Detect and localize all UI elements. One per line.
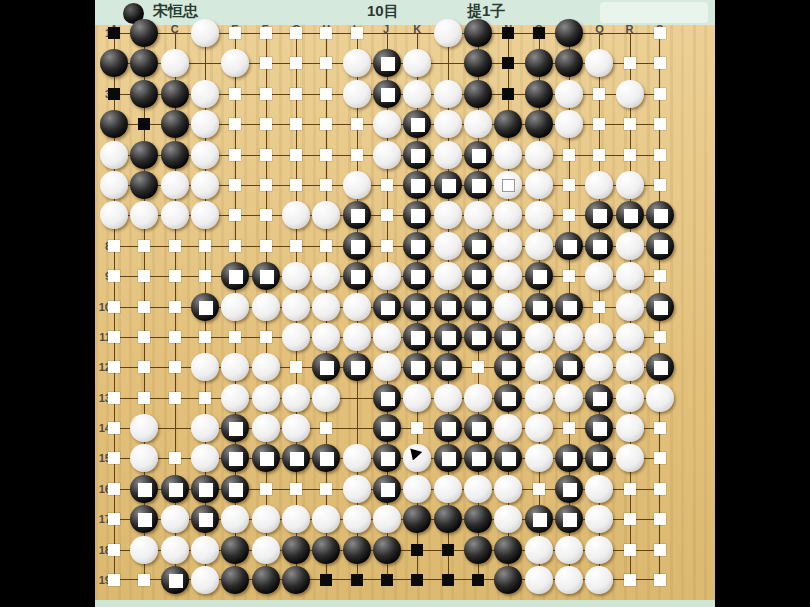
board-cell-A5[interactable] <box>99 140 129 170</box>
board-cell-D9[interactable] <box>190 261 220 291</box>
board-cell-R7[interactable] <box>615 200 645 230</box>
board-cell-A3[interactable] <box>99 79 129 109</box>
board-cell-J17[interactable] <box>372 504 402 534</box>
board-cell-J13[interactable] <box>372 383 402 413</box>
board-cell-N2[interactable] <box>493 48 523 78</box>
board-cell-B10[interactable] <box>129 292 159 322</box>
board-cell-G4[interactable] <box>281 109 311 139</box>
board-cell-R10[interactable] <box>615 292 645 322</box>
board-cell-D4[interactable] <box>190 109 220 139</box>
board-cell-H9[interactable] <box>311 261 341 291</box>
board-cell-C2[interactable] <box>160 48 190 78</box>
board-cell-N11[interactable] <box>493 322 523 352</box>
board-cell-D7[interactable] <box>190 200 220 230</box>
board-cell-Q7[interactable] <box>584 200 614 230</box>
board-cell-R9[interactable] <box>615 261 645 291</box>
board-cell-Q17[interactable] <box>584 504 614 534</box>
board-cell-E10[interactable] <box>220 292 250 322</box>
board-cell-N10[interactable] <box>493 292 523 322</box>
board-cell-G8[interactable] <box>281 231 311 261</box>
board-cell-L1[interactable] <box>433 18 463 48</box>
board-cell-H1[interactable] <box>311 18 341 48</box>
board-cell-I8[interactable] <box>342 231 372 261</box>
board-cell-E1[interactable] <box>220 18 250 48</box>
board-cell-G13[interactable] <box>281 383 311 413</box>
board-cell-A6[interactable] <box>99 170 129 200</box>
board-cell-H6[interactable] <box>311 170 341 200</box>
board-cell-P14[interactable] <box>554 413 584 443</box>
board-cell-P3[interactable] <box>554 79 584 109</box>
board-cell-I12[interactable] <box>342 352 372 382</box>
board-cell-F6[interactable] <box>251 170 281 200</box>
board-cell-Q18[interactable] <box>584 535 614 565</box>
board-cell-S4[interactable] <box>645 109 675 139</box>
board-cell-O13[interactable] <box>524 383 554 413</box>
board-cell-O1[interactable] <box>524 18 554 48</box>
board-cell-J16[interactable] <box>372 474 402 504</box>
board-cell-P10[interactable] <box>554 292 584 322</box>
board-cell-C19[interactable] <box>160 565 190 595</box>
board-cell-N7[interactable] <box>493 200 523 230</box>
board-cell-K16[interactable] <box>402 474 432 504</box>
board-cell-G3[interactable] <box>281 79 311 109</box>
board-cell-N15[interactable] <box>493 443 523 473</box>
board-cell-H15[interactable] <box>311 443 341 473</box>
board-cell-S18[interactable] <box>645 535 675 565</box>
board-cell-C11[interactable] <box>160 322 190 352</box>
board-cell-I10[interactable] <box>342 292 372 322</box>
board-cell-I11[interactable] <box>342 322 372 352</box>
board-cell-I6[interactable] <box>342 170 372 200</box>
board-cell-B14[interactable] <box>129 413 159 443</box>
board-cell-D10[interactable] <box>190 292 220 322</box>
board-cell-Q10[interactable] <box>584 292 614 322</box>
board-cell-K14[interactable] <box>402 413 432 443</box>
board-cell-F2[interactable] <box>251 48 281 78</box>
board-cell-I15[interactable] <box>342 443 372 473</box>
board-cell-C12[interactable] <box>160 352 190 382</box>
board-cell-I9[interactable] <box>342 261 372 291</box>
board-cell-P2[interactable] <box>554 48 584 78</box>
board-cell-Q14[interactable] <box>584 413 614 443</box>
board-cell-S16[interactable] <box>645 474 675 504</box>
board-cell-J15[interactable] <box>372 443 402 473</box>
board-cell-K18[interactable] <box>402 535 432 565</box>
board-cell-N9[interactable] <box>493 261 523 291</box>
board-cell-K7[interactable] <box>402 200 432 230</box>
board-cell-G18[interactable] <box>281 535 311 565</box>
board-cell-R8[interactable] <box>615 231 645 261</box>
board-cell-C10[interactable] <box>160 292 190 322</box>
board-cell-S5[interactable] <box>645 140 675 170</box>
board-cell-E7[interactable] <box>220 200 250 230</box>
board-cell-D3[interactable] <box>190 79 220 109</box>
board-cell-N6[interactable] <box>493 170 523 200</box>
board-cell-B13[interactable] <box>129 383 159 413</box>
board-cell-K2[interactable] <box>402 48 432 78</box>
board-cell-K13[interactable] <box>402 383 432 413</box>
board-cell-C9[interactable] <box>160 261 190 291</box>
board-cell-M10[interactable] <box>463 292 493 322</box>
board-cell-F19[interactable] <box>251 565 281 595</box>
board-cell-F7[interactable] <box>251 200 281 230</box>
board-cell-F8[interactable] <box>251 231 281 261</box>
board-cell-D12[interactable] <box>190 352 220 382</box>
board-cell-E19[interactable] <box>220 565 250 595</box>
board-cell-C18[interactable] <box>160 535 190 565</box>
board-cell-J18[interactable] <box>372 535 402 565</box>
board-cell-A11[interactable] <box>99 322 129 352</box>
board-cell-E18[interactable] <box>220 535 250 565</box>
board-cell-R19[interactable] <box>615 565 645 595</box>
board-cell-L15[interactable] <box>433 443 463 473</box>
board-cell-P13[interactable] <box>554 383 584 413</box>
board-cell-D17[interactable] <box>190 504 220 534</box>
board-cell-S11[interactable] <box>645 322 675 352</box>
board-cell-H13[interactable] <box>311 383 341 413</box>
board-cell-Q4[interactable] <box>584 109 614 139</box>
board-cell-N12[interactable] <box>493 352 523 382</box>
board-cell-S6[interactable] <box>645 170 675 200</box>
board-cell-O2[interactable] <box>524 48 554 78</box>
board-cell-P15[interactable] <box>554 443 584 473</box>
board-cell-N1[interactable] <box>493 18 523 48</box>
board-cell-E12[interactable] <box>220 352 250 382</box>
board-cell-R18[interactable] <box>615 535 645 565</box>
board-cell-P1[interactable] <box>554 18 584 48</box>
board-cell-M2[interactable] <box>463 48 493 78</box>
board-cell-L4[interactable] <box>433 109 463 139</box>
board-cell-D18[interactable] <box>190 535 220 565</box>
board-cell-E14[interactable] <box>220 413 250 443</box>
board-cell-B2[interactable] <box>129 48 159 78</box>
board-cell-H16[interactable] <box>311 474 341 504</box>
board-cell-J9[interactable] <box>372 261 402 291</box>
board-cell-A8[interactable] <box>99 231 129 261</box>
board-cell-Q19[interactable] <box>584 565 614 595</box>
board-cell-Q5[interactable] <box>584 140 614 170</box>
board-cell-B12[interactable] <box>129 352 159 382</box>
board-cell-K5[interactable] <box>402 140 432 170</box>
board-cell-C17[interactable] <box>160 504 190 534</box>
board-cell-R4[interactable] <box>615 109 645 139</box>
board-cell-F17[interactable] <box>251 504 281 534</box>
board-cell-Q15[interactable] <box>584 443 614 473</box>
board-cell-S12[interactable] <box>645 352 675 382</box>
board-cell-N4[interactable] <box>493 109 523 139</box>
board-cell-S2[interactable] <box>645 48 675 78</box>
board-cell-K15[interactable] <box>402 443 432 473</box>
board-cell-F12[interactable] <box>251 352 281 382</box>
board-cell-E2[interactable] <box>220 48 250 78</box>
board-cell-K12[interactable] <box>402 352 432 382</box>
board-cell-K4[interactable] <box>402 109 432 139</box>
board-cell-O6[interactable] <box>524 170 554 200</box>
board-cell-O11[interactable] <box>524 322 554 352</box>
board-cell-H18[interactable] <box>311 535 341 565</box>
board-cell-Q9[interactable] <box>584 261 614 291</box>
board-cell-O12[interactable] <box>524 352 554 382</box>
board-cell-J2[interactable] <box>372 48 402 78</box>
board-cell-J6[interactable] <box>372 170 402 200</box>
board-cell-M16[interactable] <box>463 474 493 504</box>
board-cell-N5[interactable] <box>493 140 523 170</box>
board-cell-F9[interactable] <box>251 261 281 291</box>
board-cell-P18[interactable] <box>554 535 584 565</box>
board-cell-F11[interactable] <box>251 322 281 352</box>
board-cell-F16[interactable] <box>251 474 281 504</box>
board-cell-M12[interactable] <box>463 352 493 382</box>
board-cell-E11[interactable] <box>220 322 250 352</box>
board-cell-B19[interactable] <box>129 565 159 595</box>
board-cell-I1[interactable] <box>342 18 372 48</box>
board-cell-L16[interactable] <box>433 474 463 504</box>
board-cell-K3[interactable] <box>402 79 432 109</box>
board-cell-K10[interactable] <box>402 292 432 322</box>
board-cell-G16[interactable] <box>281 474 311 504</box>
board-cell-J3[interactable] <box>372 79 402 109</box>
board-cell-I2[interactable] <box>342 48 372 78</box>
board-cell-G9[interactable] <box>281 261 311 291</box>
board-cell-K17[interactable] <box>402 504 432 534</box>
board-cell-C4[interactable] <box>160 109 190 139</box>
board-cell-A13[interactable] <box>99 383 129 413</box>
board-cell-G12[interactable] <box>281 352 311 382</box>
board-cell-E17[interactable] <box>220 504 250 534</box>
board-cell-J7[interactable] <box>372 200 402 230</box>
board-cell-N17[interactable] <box>493 504 523 534</box>
board-cell-I7[interactable] <box>342 200 372 230</box>
board-cell-H8[interactable] <box>311 231 341 261</box>
board-cell-G17[interactable] <box>281 504 311 534</box>
board-cell-L8[interactable] <box>433 231 463 261</box>
board-cell-J4[interactable] <box>372 109 402 139</box>
board-cell-R2[interactable] <box>615 48 645 78</box>
board-cell-F15[interactable] <box>251 443 281 473</box>
board-cell-I19[interactable] <box>342 565 372 595</box>
board-cell-H10[interactable] <box>311 292 341 322</box>
board-cell-N13[interactable] <box>493 383 523 413</box>
board-cell-C6[interactable] <box>160 170 190 200</box>
board-cell-O18[interactable] <box>524 535 554 565</box>
board-cell-E8[interactable] <box>220 231 250 261</box>
board-cell-K6[interactable] <box>402 170 432 200</box>
board-cell-M6[interactable] <box>463 170 493 200</box>
board-cell-R6[interactable] <box>615 170 645 200</box>
board-cell-C13[interactable] <box>160 383 190 413</box>
board-cell-S7[interactable] <box>645 200 675 230</box>
board-cell-N19[interactable] <box>493 565 523 595</box>
board-cell-R5[interactable] <box>615 140 645 170</box>
board-cell-Q3[interactable] <box>584 79 614 109</box>
board-cell-B3[interactable] <box>129 79 159 109</box>
board-cell-N14[interactable] <box>493 413 523 443</box>
board-cell-S15[interactable] <box>645 443 675 473</box>
board-cell-Q16[interactable] <box>584 474 614 504</box>
board-cell-M8[interactable] <box>463 231 493 261</box>
board-cell-P7[interactable] <box>554 200 584 230</box>
board-cell-Q6[interactable] <box>584 170 614 200</box>
board-cell-R15[interactable] <box>615 443 645 473</box>
board-cell-R13[interactable] <box>615 383 645 413</box>
board-cell-H11[interactable] <box>311 322 341 352</box>
board-cell-O15[interactable] <box>524 443 554 473</box>
board-cell-E6[interactable] <box>220 170 250 200</box>
board-cell-D8[interactable] <box>190 231 220 261</box>
board-cell-S8[interactable] <box>645 231 675 261</box>
board-cell-P12[interactable] <box>554 352 584 382</box>
board-cell-O10[interactable] <box>524 292 554 322</box>
board-cell-R17[interactable] <box>615 504 645 534</box>
board-cell-L5[interactable] <box>433 140 463 170</box>
board-cell-I3[interactable] <box>342 79 372 109</box>
board-cell-A7[interactable] <box>99 200 129 230</box>
board-cell-J11[interactable] <box>372 322 402 352</box>
board-cell-D15[interactable] <box>190 443 220 473</box>
board-cell-M18[interactable] <box>463 535 493 565</box>
board-cell-M11[interactable] <box>463 322 493 352</box>
board-cell-S14[interactable] <box>645 413 675 443</box>
board-cell-N8[interactable] <box>493 231 523 261</box>
board-cell-J5[interactable] <box>372 140 402 170</box>
board-cell-A16[interactable] <box>99 474 129 504</box>
board-cell-H7[interactable] <box>311 200 341 230</box>
board-cell-C16[interactable] <box>160 474 190 504</box>
board-cell-K8[interactable] <box>402 231 432 261</box>
board-cell-L9[interactable] <box>433 261 463 291</box>
board-cell-O17[interactable] <box>524 504 554 534</box>
board-cell-C15[interactable] <box>160 443 190 473</box>
board-cell-B5[interactable] <box>129 140 159 170</box>
board-cell-H12[interactable] <box>311 352 341 382</box>
board-cell-Q11[interactable] <box>584 322 614 352</box>
board-cell-G15[interactable] <box>281 443 311 473</box>
board-cell-P9[interactable] <box>554 261 584 291</box>
board-cell-J12[interactable] <box>372 352 402 382</box>
board-cell-R11[interactable] <box>615 322 645 352</box>
board-cell-J10[interactable] <box>372 292 402 322</box>
board-cell-G7[interactable] <box>281 200 311 230</box>
board-cell-M1[interactable] <box>463 18 493 48</box>
board-cell-A14[interactable] <box>99 413 129 443</box>
board-cell-M5[interactable] <box>463 140 493 170</box>
board-cell-P8[interactable] <box>554 231 584 261</box>
board-cell-F1[interactable] <box>251 18 281 48</box>
board-cell-J19[interactable] <box>372 565 402 595</box>
board-cell-B4[interactable] <box>129 109 159 139</box>
board-cell-A18[interactable] <box>99 535 129 565</box>
board-cell-E9[interactable] <box>220 261 250 291</box>
board-cell-O9[interactable] <box>524 261 554 291</box>
board-cell-P6[interactable] <box>554 170 584 200</box>
board-cell-F13[interactable] <box>251 383 281 413</box>
board-cell-E5[interactable] <box>220 140 250 170</box>
board-cell-R16[interactable] <box>615 474 645 504</box>
board-cell-B7[interactable] <box>129 200 159 230</box>
board-cell-E13[interactable] <box>220 383 250 413</box>
board-cell-D6[interactable] <box>190 170 220 200</box>
board-cell-F10[interactable] <box>251 292 281 322</box>
board-cell-F14[interactable] <box>251 413 281 443</box>
board-cell-A19[interactable] <box>99 565 129 595</box>
board-cell-L14[interactable] <box>433 413 463 443</box>
board-cell-C7[interactable] <box>160 200 190 230</box>
board-cell-C5[interactable] <box>160 140 190 170</box>
board-cell-G14[interactable] <box>281 413 311 443</box>
board-cell-F18[interactable] <box>251 535 281 565</box>
board-cell-L3[interactable] <box>433 79 463 109</box>
board-cell-D5[interactable] <box>190 140 220 170</box>
board-cell-D19[interactable] <box>190 565 220 595</box>
board-cell-B1[interactable] <box>129 18 159 48</box>
board-cell-H14[interactable] <box>311 413 341 443</box>
board-cell-L12[interactable] <box>433 352 463 382</box>
board-cell-R12[interactable] <box>615 352 645 382</box>
board-cell-O5[interactable] <box>524 140 554 170</box>
board-cell-L17[interactable] <box>433 504 463 534</box>
board-cell-O4[interactable] <box>524 109 554 139</box>
board-cell-O14[interactable] <box>524 413 554 443</box>
board-cell-M4[interactable] <box>463 109 493 139</box>
board-cell-M14[interactable] <box>463 413 493 443</box>
board-cell-S1[interactable] <box>645 18 675 48</box>
board-cell-M17[interactable] <box>463 504 493 534</box>
board-cell-M7[interactable] <box>463 200 493 230</box>
board-cell-D14[interactable] <box>190 413 220 443</box>
board-cell-N3[interactable] <box>493 79 523 109</box>
board-cell-P19[interactable] <box>554 565 584 595</box>
board-cell-L13[interactable] <box>433 383 463 413</box>
board-cell-I18[interactable] <box>342 535 372 565</box>
board-cell-Q13[interactable] <box>584 383 614 413</box>
board-cell-E15[interactable] <box>220 443 250 473</box>
board-cell-H17[interactable] <box>311 504 341 534</box>
board-cell-G5[interactable] <box>281 140 311 170</box>
board-cell-B16[interactable] <box>129 474 159 504</box>
board-cell-Q8[interactable] <box>584 231 614 261</box>
board-cell-G10[interactable] <box>281 292 311 322</box>
board-cell-B9[interactable] <box>129 261 159 291</box>
board-cell-F3[interactable] <box>251 79 281 109</box>
board-cell-I5[interactable] <box>342 140 372 170</box>
board-cell-P5[interactable] <box>554 140 584 170</box>
board-cell-A15[interactable] <box>99 443 129 473</box>
board-cell-S9[interactable] <box>645 261 675 291</box>
board-cell-B18[interactable] <box>129 535 159 565</box>
board-cell-J8[interactable] <box>372 231 402 261</box>
board-cell-G1[interactable] <box>281 18 311 48</box>
board-cell-H3[interactable] <box>311 79 341 109</box>
board-cell-L10[interactable] <box>433 292 463 322</box>
board-cell-G11[interactable] <box>281 322 311 352</box>
board-cell-G19[interactable] <box>281 565 311 595</box>
board-cell-F4[interactable] <box>251 109 281 139</box>
board-cell-L18[interactable] <box>433 535 463 565</box>
board-cell-B11[interactable] <box>129 322 159 352</box>
board-cell-M19[interactable] <box>463 565 493 595</box>
board-cell-A4[interactable] <box>99 109 129 139</box>
board-cell-G6[interactable] <box>281 170 311 200</box>
board-cell-L7[interactable] <box>433 200 463 230</box>
board-cell-E3[interactable] <box>220 79 250 109</box>
board-cell-R14[interactable] <box>615 413 645 443</box>
board-cell-I16[interactable] <box>342 474 372 504</box>
board-cell-K11[interactable] <box>402 322 432 352</box>
board-cell-M15[interactable] <box>463 443 493 473</box>
board-cell-B8[interactable] <box>129 231 159 261</box>
board-cell-O3[interactable] <box>524 79 554 109</box>
board-cell-D13[interactable] <box>190 383 220 413</box>
